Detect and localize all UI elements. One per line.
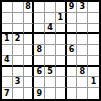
cell-r1c9[interactable] xyxy=(88,2,99,13)
cell-r4c1[interactable]: 1 xyxy=(2,34,13,45)
cell-r8c5[interactable] xyxy=(45,77,56,88)
cell-r9c3[interactable] xyxy=(24,88,35,99)
cell-r1c1[interactable] xyxy=(2,2,13,13)
cell-r7c7[interactable] xyxy=(67,67,78,78)
cell-r4c3[interactable] xyxy=(24,34,35,45)
cell-r7c5[interactable]: 5 xyxy=(45,67,56,78)
cell-r9c8[interactable] xyxy=(77,88,88,99)
cell-r2c1[interactable] xyxy=(2,13,13,24)
cell-r7c4[interactable]: 6 xyxy=(34,67,45,78)
sudoku-board: 89314128646583179 xyxy=(0,0,101,101)
cell-r3c7[interactable] xyxy=(67,24,78,35)
cell-r5c4[interactable]: 8 xyxy=(34,45,45,56)
cell-r1c3[interactable]: 8 xyxy=(24,2,35,13)
cell-r1c5[interactable] xyxy=(45,2,56,13)
cell-r3c8[interactable] xyxy=(77,24,88,35)
cell-r2c9[interactable] xyxy=(88,13,99,24)
cell-r1c4[interactable] xyxy=(34,2,45,13)
cell-r5c2[interactable] xyxy=(13,45,24,56)
cell-r6c8[interactable] xyxy=(77,56,88,67)
cell-r3c1[interactable] xyxy=(2,24,13,35)
cell-r8c4[interactable] xyxy=(34,77,45,88)
cell-r2c8[interactable] xyxy=(77,13,88,24)
cell-r1c8[interactable]: 3 xyxy=(77,2,88,13)
cell-r2c6[interactable]: 1 xyxy=(56,13,67,24)
cell-r7c6[interactable] xyxy=(56,67,67,78)
cell-r5c6[interactable] xyxy=(56,45,67,56)
cell-r6c7[interactable] xyxy=(67,56,78,67)
cell-r6c1[interactable]: 4 xyxy=(2,56,13,67)
cell-r5c9[interactable] xyxy=(88,45,99,56)
cell-r2c2[interactable] xyxy=(13,13,24,24)
cell-r7c9[interactable] xyxy=(88,67,99,78)
cell-r7c2[interactable] xyxy=(13,67,24,78)
cell-r2c5[interactable] xyxy=(45,13,56,24)
cell-r4c5[interactable] xyxy=(45,34,56,45)
cell-r3c9[interactable] xyxy=(88,24,99,35)
cell-r8c7[interactable] xyxy=(67,77,78,88)
cell-r6c5[interactable] xyxy=(45,56,56,67)
cell-r3c2[interactable] xyxy=(13,24,24,35)
cell-r7c3[interactable] xyxy=(24,67,35,78)
cell-r5c5[interactable] xyxy=(45,45,56,56)
cell-r9c4[interactable]: 9 xyxy=(34,88,45,99)
cell-r3c3[interactable] xyxy=(24,24,35,35)
cell-r7c1[interactable] xyxy=(2,67,13,78)
cell-r5c3[interactable] xyxy=(24,45,35,56)
cell-r8c3[interactable] xyxy=(24,77,35,88)
cell-r4c4[interactable] xyxy=(34,34,45,45)
cell-r9c2[interactable] xyxy=(13,88,24,99)
cell-r6c6[interactable] xyxy=(56,56,67,67)
cell-r2c7[interactable] xyxy=(67,13,78,24)
cell-r8c2[interactable]: 3 xyxy=(13,77,24,88)
cell-r7c8[interactable]: 8 xyxy=(77,67,88,78)
cell-r6c2[interactable] xyxy=(13,56,24,67)
cell-r9c6[interactable] xyxy=(56,88,67,99)
cell-r9c9[interactable] xyxy=(88,88,99,99)
cell-r1c7[interactable]: 9 xyxy=(67,2,78,13)
cell-r8c8[interactable] xyxy=(77,77,88,88)
cell-r4c8[interactable] xyxy=(77,34,88,45)
cell-r8c1[interactable] xyxy=(2,77,13,88)
cell-r6c3[interactable] xyxy=(24,56,35,67)
cell-r4c9[interactable] xyxy=(88,34,99,45)
cell-r3c6[interactable] xyxy=(56,24,67,35)
cell-r4c7[interactable] xyxy=(67,34,78,45)
cell-r8c9[interactable]: 1 xyxy=(88,77,99,88)
cell-r3c4[interactable] xyxy=(34,24,45,35)
cell-r8c6[interactable] xyxy=(56,77,67,88)
cell-r4c2[interactable]: 2 xyxy=(13,34,24,45)
cell-r5c7[interactable]: 6 xyxy=(67,45,78,56)
cell-r5c1[interactable] xyxy=(2,45,13,56)
cell-r2c4[interactable] xyxy=(34,13,45,24)
cell-r9c7[interactable] xyxy=(67,88,78,99)
cell-r2c3[interactable] xyxy=(24,13,35,24)
cell-r9c5[interactable] xyxy=(45,88,56,99)
cell-r4c6[interactable] xyxy=(56,34,67,45)
cell-r6c9[interactable] xyxy=(88,56,99,67)
cell-r9c1[interactable]: 7 xyxy=(2,88,13,99)
cell-r6c4[interactable] xyxy=(34,56,45,67)
cell-r1c6[interactable] xyxy=(56,2,67,13)
cell-r5c8[interactable] xyxy=(77,45,88,56)
cell-r3c5[interactable]: 4 xyxy=(45,24,56,35)
cell-r1c2[interactable] xyxy=(13,2,24,13)
